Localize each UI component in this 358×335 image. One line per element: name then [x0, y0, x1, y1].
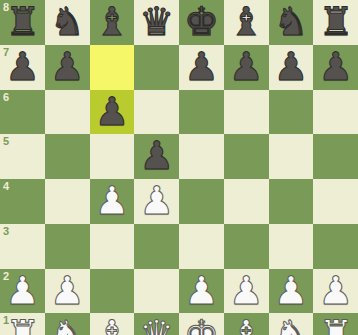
piece-white-king[interactable]: ♚ [179, 313, 224, 335]
square-a5[interactable]: 5 [0, 134, 45, 179]
square-f4[interactable] [224, 179, 269, 224]
square-h8[interactable]: ♜ [313, 0, 358, 45]
square-d7[interactable] [134, 45, 179, 90]
piece-black-pawn[interactable]: ♟ [0, 45, 45, 90]
square-e4[interactable] [179, 179, 224, 224]
chess-board-viewport: 8♜♞♝♛♚♝♞♜7♟♟♟♟♟♟6♟5♟4♟♟32♟♟♟♟♟♟1♜♞♝♛♚♝♞♜ [0, 0, 358, 335]
piece-white-rook[interactable]: ♜ [313, 313, 358, 335]
square-h2[interactable]: ♟ [313, 269, 358, 314]
square-d2[interactable] [134, 269, 179, 314]
square-g8[interactable]: ♞ [269, 0, 314, 45]
square-d5[interactable]: ♟ [134, 134, 179, 179]
square-b3[interactable] [45, 224, 90, 269]
square-b8[interactable]: ♞ [45, 0, 90, 45]
square-c3[interactable] [90, 224, 135, 269]
piece-white-rook[interactable]: ♜ [0, 313, 45, 335]
square-c2[interactable] [90, 269, 135, 314]
square-f8[interactable]: ♝ [224, 0, 269, 45]
square-e7[interactable]: ♟ [179, 45, 224, 90]
piece-black-king[interactable]: ♚ [179, 0, 224, 45]
square-e1[interactable]: ♚ [179, 313, 224, 335]
square-a2[interactable]: 2♟ [0, 269, 45, 314]
piece-white-pawn[interactable]: ♟ [224, 269, 269, 314]
square-d6[interactable] [134, 90, 179, 135]
piece-white-queen[interactable]: ♛ [134, 313, 179, 335]
square-e6[interactable] [179, 90, 224, 135]
square-g1[interactable]: ♞ [269, 313, 314, 335]
piece-white-pawn[interactable]: ♟ [179, 269, 224, 314]
square-g5[interactable] [269, 134, 314, 179]
piece-black-queen[interactable]: ♛ [134, 0, 179, 45]
square-g7[interactable]: ♟ [269, 45, 314, 90]
piece-black-bishop[interactable]: ♝ [224, 0, 269, 45]
square-d8[interactable]: ♛ [134, 0, 179, 45]
square-f7[interactable]: ♟ [224, 45, 269, 90]
chess-board: 8♜♞♝♛♚♝♞♜7♟♟♟♟♟♟6♟5♟4♟♟32♟♟♟♟♟♟1♜♞♝♛♚♝♞♜ [0, 0, 358, 335]
rank-label-6: 6 [3, 91, 9, 103]
piece-white-bishop[interactable]: ♝ [224, 313, 269, 335]
rank-label-5: 5 [3, 135, 9, 147]
rank-label-4: 4 [3, 180, 9, 192]
square-a1[interactable]: 1♜ [0, 313, 45, 335]
piece-black-pawn[interactable]: ♟ [269, 45, 314, 90]
square-h3[interactable] [313, 224, 358, 269]
piece-white-pawn[interactable]: ♟ [313, 269, 358, 314]
square-c8[interactable]: ♝ [90, 0, 135, 45]
square-b6[interactable] [45, 90, 90, 135]
square-h1[interactable]: ♜ [313, 313, 358, 335]
square-h5[interactable] [313, 134, 358, 179]
piece-black-pawn[interactable]: ♟ [224, 45, 269, 90]
square-e2[interactable]: ♟ [179, 269, 224, 314]
piece-white-knight[interactable]: ♞ [45, 313, 90, 335]
piece-white-knight[interactable]: ♞ [269, 313, 314, 335]
piece-white-bishop[interactable]: ♝ [90, 313, 135, 335]
square-a8[interactable]: 8♜ [0, 0, 45, 45]
rank-label-3: 3 [3, 225, 9, 237]
piece-white-pawn[interactable]: ♟ [45, 269, 90, 314]
square-a6[interactable]: 6 [0, 90, 45, 135]
square-d1[interactable]: ♛ [134, 313, 179, 335]
square-e5[interactable] [179, 134, 224, 179]
square-h4[interactable] [313, 179, 358, 224]
square-b7[interactable]: ♟ [45, 45, 90, 90]
square-f6[interactable] [224, 90, 269, 135]
piece-black-rook[interactable]: ♜ [313, 0, 358, 45]
square-b5[interactable] [45, 134, 90, 179]
piece-white-pawn[interactable]: ♟ [269, 269, 314, 314]
piece-white-pawn[interactable]: ♟ [0, 269, 45, 314]
square-c4[interactable]: ♟ [90, 179, 135, 224]
piece-black-pawn[interactable]: ♟ [179, 45, 224, 90]
square-c7[interactable] [90, 45, 135, 90]
piece-black-pawn[interactable]: ♟ [90, 90, 135, 135]
square-e3[interactable] [179, 224, 224, 269]
square-c6[interactable]: ♟ [90, 90, 135, 135]
piece-black-bishop[interactable]: ♝ [90, 0, 135, 45]
square-f3[interactable] [224, 224, 269, 269]
square-g3[interactable] [269, 224, 314, 269]
piece-black-pawn[interactable]: ♟ [45, 45, 90, 90]
square-h7[interactable]: ♟ [313, 45, 358, 90]
piece-white-pawn[interactable]: ♟ [90, 179, 135, 224]
piece-black-pawn[interactable]: ♟ [134, 134, 179, 179]
square-b4[interactable] [45, 179, 90, 224]
piece-black-knight[interactable]: ♞ [45, 0, 90, 45]
square-f5[interactable] [224, 134, 269, 179]
square-h6[interactable] [313, 90, 358, 135]
square-b1[interactable]: ♞ [45, 313, 90, 335]
piece-white-pawn[interactable]: ♟ [134, 179, 179, 224]
square-c5[interactable] [90, 134, 135, 179]
piece-black-rook[interactable]: ♜ [0, 0, 45, 45]
square-b2[interactable]: ♟ [45, 269, 90, 314]
square-f2[interactable]: ♟ [224, 269, 269, 314]
square-d3[interactable] [134, 224, 179, 269]
square-a7[interactable]: 7♟ [0, 45, 45, 90]
square-g6[interactable] [269, 90, 314, 135]
square-a4[interactable]: 4 [0, 179, 45, 224]
square-c1[interactable]: ♝ [90, 313, 135, 335]
square-a3[interactable]: 3 [0, 224, 45, 269]
square-f1[interactable]: ♝ [224, 313, 269, 335]
square-g4[interactable] [269, 179, 314, 224]
square-d4[interactable]: ♟ [134, 179, 179, 224]
square-g2[interactable]: ♟ [269, 269, 314, 314]
piece-black-knight[interactable]: ♞ [269, 0, 314, 45]
square-e8[interactable]: ♚ [179, 0, 224, 45]
piece-black-pawn[interactable]: ♟ [313, 45, 358, 90]
